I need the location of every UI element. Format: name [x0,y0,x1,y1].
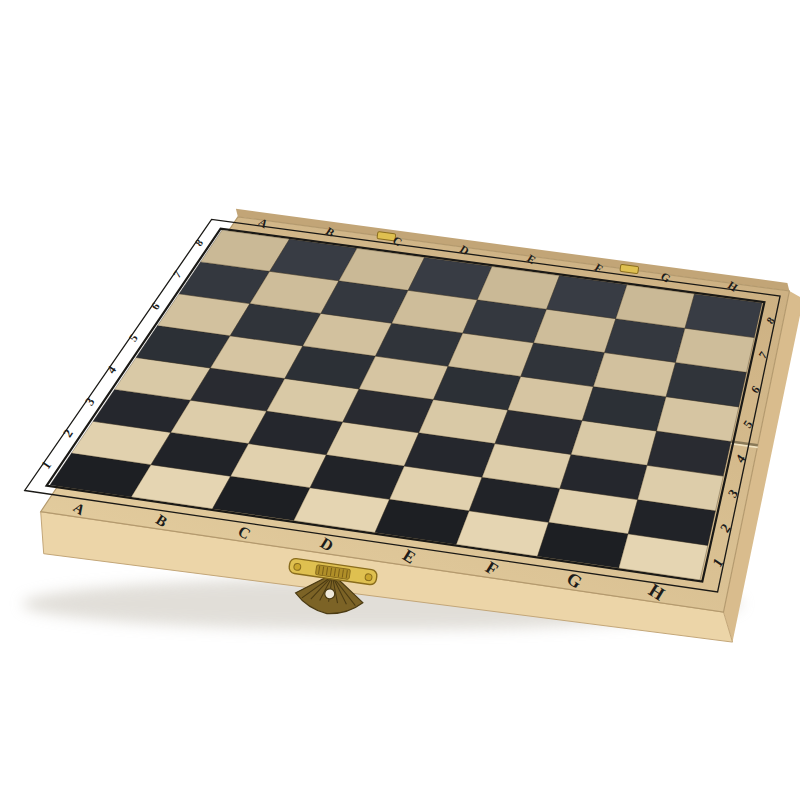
coord-rank-left-3: 3 [82,395,97,408]
chess-set-photo: AABBCCDDEEFFGGHH1122334455667788 [0,0,800,800]
chess-board-scene: AABBCCDDEEFFGGHH1122334455667788 [0,0,800,800]
coord-rank-left-2: 2 [61,427,76,440]
